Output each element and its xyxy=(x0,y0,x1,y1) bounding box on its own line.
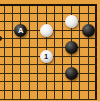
board-top-edge-line xyxy=(0,4,97,6)
stone-label: A xyxy=(18,24,23,37)
grid-line-vertical xyxy=(79,5,80,101)
grid-line-vertical xyxy=(12,5,13,101)
grid-line-horizontal xyxy=(0,64,97,65)
black-stone xyxy=(65,67,78,80)
white-stone xyxy=(65,15,78,28)
grid-line-vertical xyxy=(88,5,89,101)
white-stone-labeled-1: 1 xyxy=(40,50,53,63)
grid-line-vertical xyxy=(4,5,5,101)
black-stone xyxy=(82,24,95,37)
screenshot-stage: A1 xyxy=(0,0,100,100)
grid-line-horizontal xyxy=(0,81,97,82)
black-stone-labeled-A: A xyxy=(14,24,27,37)
clipped-edge-dot xyxy=(0,36,2,41)
grid-line-horizontal xyxy=(0,99,97,100)
grid-line-horizontal xyxy=(0,13,97,14)
stone-label: 1 xyxy=(44,50,48,63)
grid-line-vertical xyxy=(62,5,63,101)
black-stone xyxy=(65,41,78,54)
board-right-edge-line xyxy=(95,5,97,101)
grid-line-vertical xyxy=(37,5,38,101)
grid-line-horizontal xyxy=(0,73,97,74)
grid-line-vertical xyxy=(54,5,55,101)
grid-line-vertical xyxy=(20,5,21,101)
grid-line-horizontal xyxy=(0,47,97,48)
grid-line-horizontal xyxy=(0,90,97,91)
grid-line-horizontal xyxy=(0,38,97,39)
grid-line-horizontal xyxy=(0,21,97,22)
white-stone xyxy=(40,24,53,37)
go-board[interactable]: A1 xyxy=(0,0,100,100)
grid-line-vertical xyxy=(29,5,30,101)
